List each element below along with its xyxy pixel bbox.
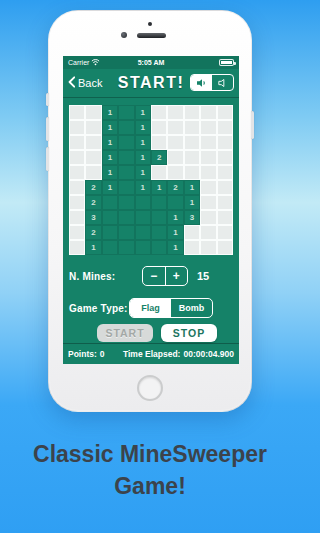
speaker-on-icon (196, 74, 208, 91)
cell-r10c1[interactable] (69, 240, 85, 255)
speaker-off-icon (217, 74, 229, 91)
cell-r10c2[interactable]: 1 (85, 240, 101, 255)
cell-r10c4[interactable] (118, 240, 134, 255)
cell-r3c7[interactable] (167, 135, 183, 150)
caption-line-1: Classic MineSweeper (0, 438, 300, 470)
action-buttons-row: START STOP (63, 324, 239, 342)
cell-r5c2[interactable] (85, 165, 101, 180)
cell-r4c4[interactable] (118, 150, 134, 165)
cell-r1c1[interactable] (69, 105, 85, 120)
time-elapsed-value: 00:00:04.900 (183, 349, 234, 359)
iphone-frame: Carrier 5:05 AM (48, 10, 252, 412)
cell-r5c1[interactable] (69, 165, 85, 180)
cell-r2c7[interactable] (167, 120, 183, 135)
cell-r8c7[interactable]: 1 (167, 210, 183, 225)
nav-bar: Back START! (63, 69, 239, 98)
cell-r4c1[interactable] (69, 150, 85, 165)
cell-r3c10[interactable] (217, 135, 233, 150)
cell-r1c5[interactable]: 1 (135, 105, 151, 120)
n-mines-label: N. Mines: (69, 271, 115, 282)
cell-r9c3[interactable] (102, 225, 118, 240)
cell-r2c9[interactable] (200, 120, 216, 135)
front-camera (121, 32, 127, 38)
cell-r3c5[interactable]: 1 (135, 135, 151, 150)
game-type-row: Game Type: Flag Bomb (63, 298, 239, 318)
cell-r1c3[interactable]: 1 (102, 105, 118, 120)
mines-count-value: 15 (197, 270, 209, 282)
cell-r3c4[interactable] (118, 135, 134, 150)
cell-r6c6[interactable]: 1 (151, 180, 167, 195)
cell-r1c10[interactable] (217, 105, 233, 120)
cell-r6c7[interactable]: 2 (167, 180, 183, 195)
cell-r8c8[interactable]: 3 (184, 210, 200, 225)
cell-r1c2[interactable] (85, 105, 101, 120)
cell-r1c8[interactable] (184, 105, 200, 120)
cell-r7c5[interactable] (135, 195, 151, 210)
cell-r8c1[interactable] (69, 210, 85, 225)
wifi-icon (91, 58, 100, 67)
carrier-label: Carrier (68, 59, 89, 66)
cell-r2c10[interactable] (217, 120, 233, 135)
cell-r6c4[interactable] (118, 180, 134, 195)
cell-r6c5[interactable]: 1 (135, 180, 151, 195)
cell-r4c2[interactable] (85, 150, 101, 165)
mines-decrement-button[interactable]: − (143, 267, 166, 285)
cell-r10c10[interactable] (217, 240, 233, 255)
cell-r4c6[interactable]: 2 (151, 150, 167, 165)
mines-row: N. Mines: − + 15 (63, 266, 239, 286)
game-type-flag-option[interactable]: Flag (130, 299, 171, 317)
cell-r7c8[interactable]: 1 (184, 195, 200, 210)
battery-icon (219, 59, 234, 66)
stop-button[interactable]: STOP (161, 324, 217, 342)
cell-r8c5[interactable] (135, 210, 151, 225)
app-store-screenshot: Carrier 5:05 AM (0, 0, 300, 533)
sound-off-segment[interactable] (212, 75, 233, 90)
cell-r10c9[interactable] (200, 240, 216, 255)
game-type-segmented-control: Flag Bomb (129, 298, 213, 318)
cell-r5c9[interactable] (200, 165, 216, 180)
cell-r7c9[interactable] (200, 195, 216, 210)
mines-increment-button[interactable]: + (166, 267, 188, 285)
cell-r9c6[interactable] (151, 225, 167, 240)
volume-up-button (46, 117, 49, 141)
cell-r5c8[interactable] (184, 165, 200, 180)
volume-down-button (46, 147, 49, 171)
cell-r9c7[interactable]: 1 (167, 225, 183, 240)
cell-r8c10[interactable] (217, 210, 233, 225)
cell-r7c3[interactable] (102, 195, 118, 210)
status-bar: Carrier 5:05 AM (63, 56, 239, 69)
cell-r7c4[interactable] (118, 195, 134, 210)
caption-line-2: Game! (0, 470, 300, 502)
game-type-bomb-option[interactable]: Bomb (171, 299, 212, 317)
board: 11111111211211121213132111 (69, 105, 233, 255)
cell-r7c1[interactable] (69, 195, 85, 210)
cell-r3c2[interactable] (85, 135, 101, 150)
cell-r5c7[interactable] (167, 165, 183, 180)
cell-r9c9[interactable] (200, 225, 216, 240)
cell-r3c9[interactable] (200, 135, 216, 150)
cell-r2c4[interactable] (118, 120, 134, 135)
cell-r5c6[interactable] (151, 165, 167, 180)
cell-r2c6[interactable] (151, 120, 167, 135)
cell-r10c5[interactable] (135, 240, 151, 255)
points-label: Points: (68, 349, 97, 359)
cell-r10c3[interactable] (102, 240, 118, 255)
cell-r9c4[interactable] (118, 225, 134, 240)
points-value: 0 (100, 349, 105, 359)
app-screen: Carrier 5:05 AM (63, 56, 239, 364)
cell-r6c8[interactable]: 1 (184, 180, 200, 195)
mines-stepper: − + (142, 266, 188, 286)
cell-r5c3[interactable]: 1 (102, 165, 118, 180)
cell-r2c2[interactable] (85, 120, 101, 135)
home-button[interactable] (137, 375, 163, 401)
cell-r10c6[interactable] (151, 240, 167, 255)
cell-r3c6[interactable] (151, 135, 167, 150)
cell-r4c8[interactable] (184, 150, 200, 165)
cell-r4c3[interactable]: 1 (102, 150, 118, 165)
sound-toggle (190, 74, 234, 91)
sound-on-segment[interactable] (191, 75, 212, 90)
score-bar: Points: 0 Time Elapsed: 00:00:04.900 (63, 343, 239, 364)
cell-r3c1[interactable] (69, 135, 85, 150)
game-type-label: Game Type: (69, 303, 128, 314)
cell-r3c8[interactable] (184, 135, 200, 150)
caption: Classic MineSweeper Game! (0, 438, 300, 502)
cell-r7c6[interactable] (151, 195, 167, 210)
cell-r3c3[interactable]: 1 (102, 135, 118, 150)
cell-r4c5[interactable]: 1 (135, 150, 151, 165)
mute-switch (46, 93, 49, 106)
cell-r7c7[interactable] (167, 195, 183, 210)
cell-r6c1[interactable] (69, 180, 85, 195)
cell-r2c8[interactable] (184, 120, 200, 135)
proximity-sensor-dot (148, 22, 152, 26)
cell-r1c4[interactable] (118, 105, 134, 120)
cell-r1c7[interactable] (167, 105, 183, 120)
cell-r4c10[interactable] (217, 150, 233, 165)
earpiece-speaker (137, 33, 166, 38)
cell-r5c5[interactable]: 1 (135, 165, 151, 180)
cell-r6c2[interactable]: 2 (85, 180, 101, 195)
cell-r5c10[interactable] (217, 165, 233, 180)
cell-r6c3[interactable]: 1 (102, 180, 118, 195)
cell-r2c1[interactable] (69, 120, 85, 135)
cell-r7c10[interactable] (217, 195, 233, 210)
clock: 5:05 AM (138, 59, 165, 66)
cell-r7c2[interactable]: 2 (85, 195, 101, 210)
cell-r1c6[interactable] (151, 105, 167, 120)
cell-r9c1[interactable] (69, 225, 85, 240)
cell-r10c8[interactable] (184, 240, 200, 255)
cell-r8c6[interactable] (151, 210, 167, 225)
cell-r8c2[interactable]: 3 (85, 210, 101, 225)
time-elapsed-label: Time Elapsed: (123, 349, 180, 359)
cell-r9c10[interactable] (217, 225, 233, 240)
cell-r2c5[interactable]: 1 (135, 120, 151, 135)
cell-r6c9[interactable] (200, 180, 216, 195)
cell-r9c2[interactable]: 2 (85, 225, 101, 240)
cell-r2c3[interactable]: 1 (102, 120, 118, 135)
cell-r4c9[interactable] (200, 150, 216, 165)
cell-r6c10[interactable] (217, 180, 233, 195)
start-button[interactable]: START (97, 324, 153, 342)
cell-r1c9[interactable] (200, 105, 216, 120)
cell-r8c3[interactable] (102, 210, 118, 225)
cell-r4c7[interactable] (167, 150, 183, 165)
power-button (251, 111, 254, 139)
cell-r8c9[interactable] (200, 210, 216, 225)
cell-r9c8[interactable] (184, 225, 200, 240)
cell-r9c5[interactable] (135, 225, 151, 240)
cell-r8c4[interactable] (118, 210, 134, 225)
cell-r5c4[interactable] (118, 165, 134, 180)
cell-r10c7[interactable]: 1 (167, 240, 183, 255)
